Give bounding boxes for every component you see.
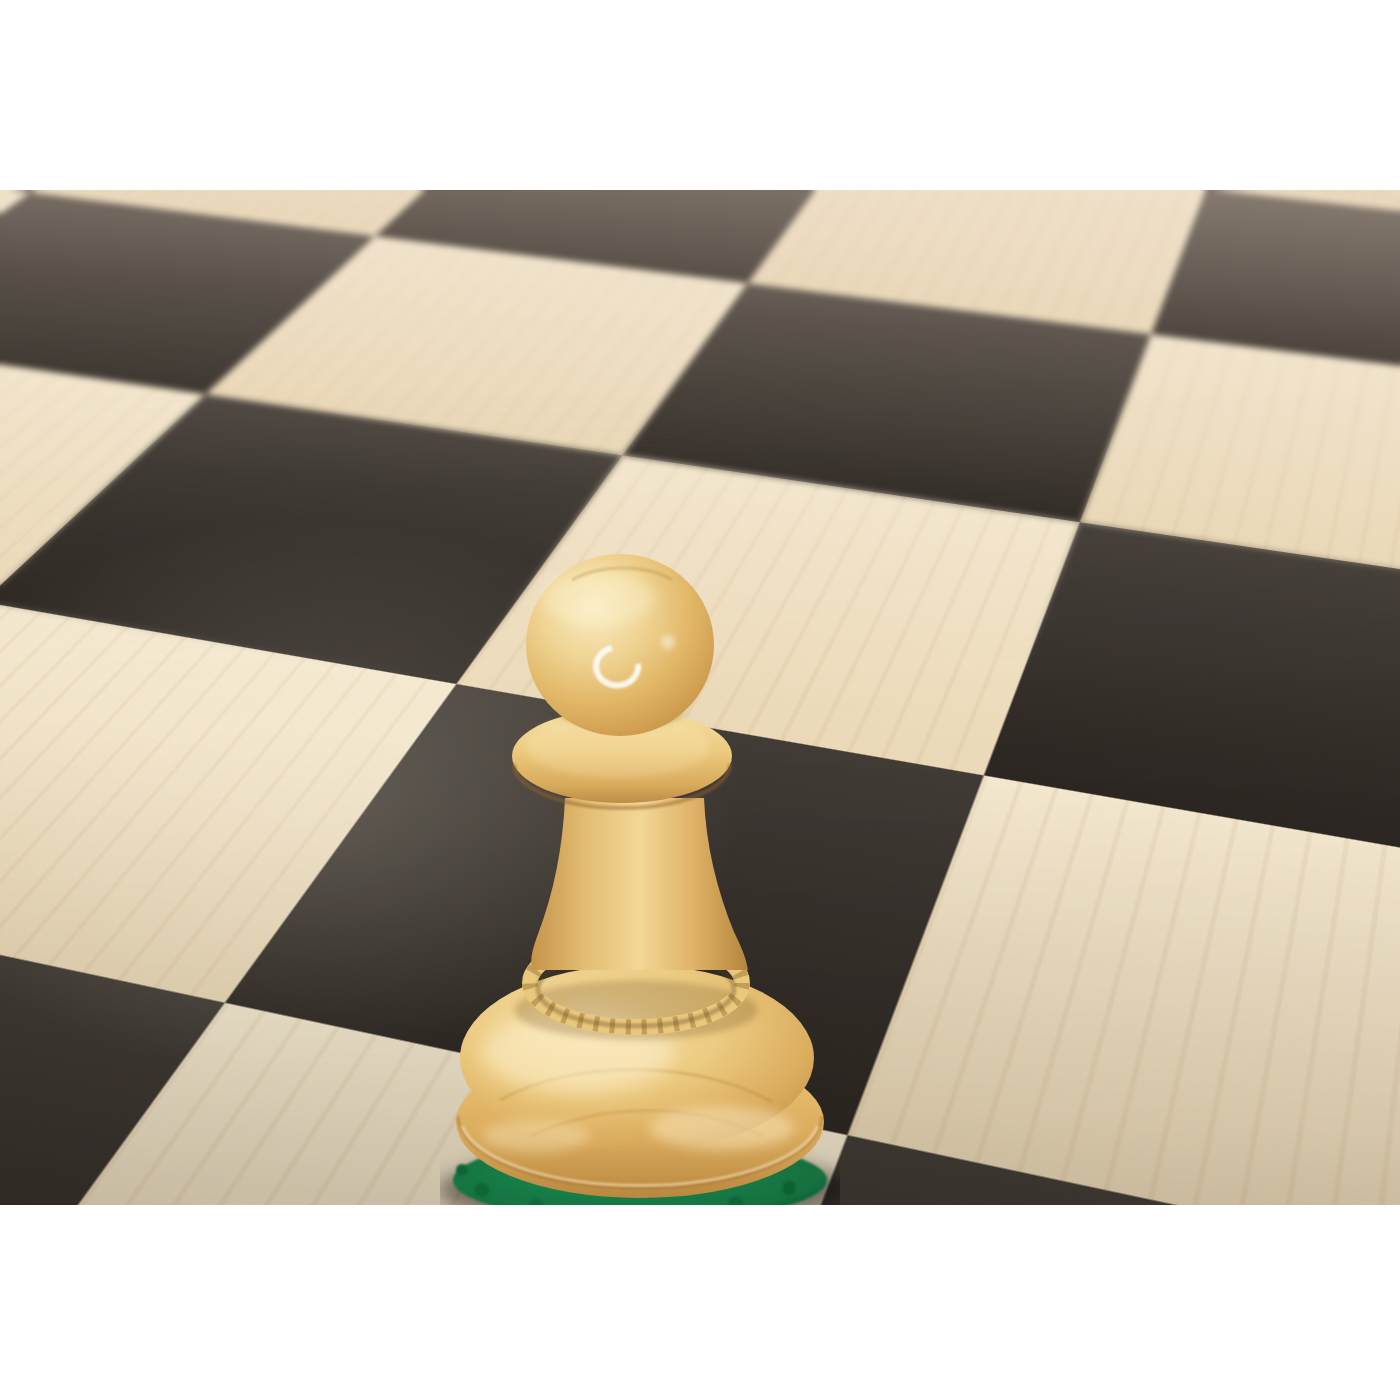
pawn-stem	[531, 798, 748, 970]
photo-canvas: ♙ White pawn d4	[0, 0, 1400, 1400]
pawn-head	[526, 554, 714, 736]
white-pawn-d4[interactable]: ♙ White pawn d4	[440, 540, 840, 1205]
board-photo: ♙ White pawn d4	[0, 190, 1400, 1205]
white-pawn-illustration	[440, 540, 840, 1205]
